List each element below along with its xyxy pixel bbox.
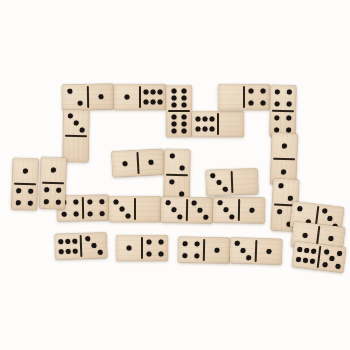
pip — [223, 207, 228, 212]
tile-divider — [203, 239, 205, 261]
domino-half-4 — [244, 84, 270, 110]
pip — [127, 246, 132, 251]
pip — [203, 127, 208, 132]
pip — [195, 127, 200, 132]
pip — [246, 255, 251, 260]
pip — [179, 191, 184, 196]
pip — [147, 252, 152, 257]
pip — [302, 233, 308, 239]
tile-divider — [166, 174, 188, 176]
pip — [91, 243, 96, 248]
pip — [68, 114, 73, 119]
pip — [66, 249, 71, 254]
pip — [278, 183, 283, 188]
pip — [311, 248, 317, 254]
domino-half-6 — [166, 111, 192, 137]
pip — [197, 208, 202, 213]
pip — [182, 96, 187, 101]
pip — [286, 115, 291, 120]
pip — [329, 256, 335, 262]
pip — [170, 154, 175, 159]
pip — [230, 214, 235, 219]
domino-half-0 — [232, 168, 259, 195]
pip — [327, 216, 333, 222]
pip — [178, 214, 183, 219]
pip — [297, 206, 303, 212]
pip — [171, 122, 176, 127]
pip — [158, 239, 163, 244]
domino-half-3 — [161, 197, 187, 223]
pip — [98, 94, 103, 99]
domino-2-2[interactable] — [164, 149, 191, 201]
domino-0-4[interactable] — [218, 84, 270, 110]
pip — [16, 188, 21, 193]
tile-divider — [139, 86, 141, 108]
pip — [275, 102, 280, 107]
pip — [287, 89, 292, 94]
pip — [183, 253, 188, 258]
domino-half-4 — [83, 195, 109, 221]
pip — [304, 247, 310, 253]
domino-1-4[interactable] — [39, 157, 67, 210]
tile-divider — [217, 113, 219, 135]
pip — [336, 250, 342, 256]
pip — [171, 103, 176, 108]
domino-half-6 — [140, 84, 166, 110]
domino-half-1 — [12, 158, 39, 185]
domino-half-3 — [109, 196, 135, 222]
pip — [28, 188, 33, 193]
pip — [288, 195, 293, 200]
pip — [74, 120, 79, 125]
domino-half-1 — [271, 133, 298, 160]
pip — [99, 199, 104, 204]
domino-3-0[interactable] — [109, 196, 161, 222]
domino-half-1 — [111, 150, 138, 177]
domino-3-0[interactable] — [206, 168, 259, 196]
pip — [58, 239, 63, 244]
pip — [182, 103, 187, 108]
domino-half-1 — [256, 238, 283, 265]
domino-half-6 — [166, 85, 192, 111]
domino-6-3[interactable] — [55, 232, 108, 260]
pip — [195, 116, 200, 121]
domino-half-4 — [178, 237, 204, 263]
pip — [143, 100, 148, 105]
pip — [191, 201, 196, 206]
pip — [171, 114, 176, 119]
tile-divider — [65, 135, 87, 137]
tile-divider — [168, 110, 190, 112]
domino-3-1[interactable] — [230, 237, 283, 265]
domino-half-4 — [142, 235, 168, 261]
pip — [62, 212, 67, 217]
domino-1-4[interactable] — [116, 235, 168, 261]
pip — [56, 187, 61, 192]
pip — [266, 249, 271, 254]
domino-half-0 — [135, 196, 161, 222]
pip — [234, 241, 239, 246]
pip — [151, 100, 156, 105]
domino-2-1[interactable] — [62, 84, 114, 111]
pip — [158, 100, 163, 105]
tile-divider — [186, 199, 188, 221]
pip — [78, 100, 83, 105]
domino-1-6[interactable] — [114, 84, 166, 110]
domino-6-5[interactable] — [292, 241, 347, 273]
pip — [286, 102, 291, 107]
pip — [126, 213, 131, 218]
pip — [249, 101, 254, 106]
pip — [67, 89, 72, 94]
domino-half-2 — [164, 149, 190, 175]
pip — [282, 143, 287, 148]
pip — [275, 89, 280, 94]
pip — [125, 95, 130, 100]
tile-divider — [272, 110, 294, 112]
pip — [16, 200, 21, 205]
pip — [249, 208, 254, 213]
domino-half-0 — [218, 111, 244, 137]
pip — [147, 239, 152, 244]
pip — [194, 254, 199, 259]
pip — [210, 127, 215, 132]
domino-half-6 — [192, 111, 218, 137]
pip — [99, 211, 104, 216]
pip — [210, 116, 215, 121]
pip — [204, 215, 209, 220]
pip — [73, 238, 78, 243]
pip — [260, 101, 265, 106]
pip — [51, 167, 56, 172]
pip — [328, 236, 334, 242]
pip — [88, 199, 93, 204]
domino-1-4[interactable] — [11, 158, 39, 211]
pip — [297, 247, 303, 253]
domino-4-1[interactable] — [178, 237, 230, 264]
pip — [322, 208, 328, 214]
domino-half-3 — [230, 237, 257, 264]
pip — [182, 129, 187, 134]
pip — [303, 258, 309, 264]
pip — [260, 88, 265, 93]
domino-half-4 — [11, 184, 38, 211]
domino-half-3 — [213, 197, 239, 223]
pip — [23, 168, 28, 173]
domino-half-3 — [206, 169, 233, 196]
domino-half-4 — [270, 85, 296, 111]
pip — [323, 249, 329, 255]
pip — [44, 187, 49, 192]
pip — [194, 241, 199, 246]
pip — [158, 89, 163, 94]
pip — [295, 257, 301, 263]
pip — [171, 207, 176, 212]
pip — [203, 116, 208, 121]
domino-half-3 — [187, 197, 213, 223]
pip — [143, 89, 148, 94]
domino-half-0 — [218, 84, 244, 110]
pip — [55, 200, 60, 205]
domino-half-3 — [81, 232, 108, 259]
domino-3-3[interactable] — [161, 197, 213, 224]
pip — [169, 180, 174, 185]
pip — [275, 115, 280, 120]
pip — [171, 129, 176, 134]
pip — [165, 200, 170, 205]
domino-half-1 — [88, 84, 114, 110]
domino-half-3 — [63, 110, 89, 136]
pip — [277, 209, 282, 214]
pip — [85, 236, 90, 241]
pip — [217, 200, 222, 205]
pip — [113, 200, 118, 205]
pip — [151, 89, 156, 94]
dominoes-table — [0, 0, 350, 350]
domino-half-1 — [239, 197, 265, 223]
pip — [98, 249, 103, 254]
pip — [58, 249, 63, 254]
pip — [182, 114, 187, 119]
pip — [214, 248, 219, 253]
domino-half-1 — [204, 237, 230, 263]
pip — [182, 88, 187, 93]
pip — [182, 122, 187, 127]
pip — [171, 96, 176, 101]
domino-half-4 — [39, 183, 66, 210]
domino-4-4[interactable] — [270, 85, 297, 137]
tile-divider — [238, 199, 240, 221]
pip — [180, 165, 185, 170]
domino-6-6[interactable] — [166, 85, 192, 137]
pip — [44, 199, 49, 204]
pip — [148, 160, 153, 165]
pip — [281, 169, 286, 174]
pip — [73, 199, 78, 204]
tile-divider — [141, 237, 143, 259]
pip — [223, 186, 228, 191]
pip — [335, 263, 341, 269]
domino-half-2 — [62, 84, 88, 110]
domino-half-1 — [137, 149, 164, 176]
domino-half-5 — [317, 244, 346, 273]
pip — [171, 88, 176, 93]
pip — [249, 88, 254, 93]
pip — [158, 252, 163, 257]
pip — [240, 248, 245, 253]
domino-half-1 — [40, 157, 67, 184]
domino-half-6 — [55, 233, 82, 260]
pip — [88, 212, 93, 217]
domino-half-1 — [116, 235, 142, 261]
pip — [310, 259, 316, 265]
pip — [210, 173, 215, 178]
tile-divider — [87, 86, 89, 108]
pip — [322, 261, 328, 267]
domino-half-1 — [114, 84, 140, 110]
pip — [183, 241, 188, 246]
domino-1-1[interactable] — [111, 149, 164, 178]
pip — [27, 201, 32, 206]
domino-3-0[interactable] — [63, 110, 90, 162]
tile-divider — [82, 197, 84, 219]
tile-divider — [243, 86, 245, 108]
pip — [80, 127, 85, 132]
pip — [73, 249, 78, 254]
pip — [73, 212, 78, 217]
pip — [120, 207, 125, 212]
pip — [122, 161, 127, 166]
domino-6-0[interactable] — [192, 111, 244, 137]
domino-3-1[interactable] — [213, 197, 265, 224]
pip — [65, 239, 70, 244]
tile-divider — [134, 198, 136, 220]
pip — [216, 180, 221, 185]
